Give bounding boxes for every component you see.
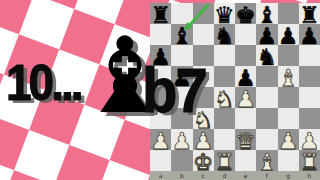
piece-black-queen: ♛ <box>214 5 235 26</box>
square-h5 <box>299 66 320 87</box>
piece-black-pawn: ♟ <box>278 26 299 47</box>
square-e7 <box>235 24 256 45</box>
piece-black-bishop: ♝ <box>171 26 192 47</box>
square-b8 <box>171 3 192 24</box>
file-labels: abcdefgh <box>150 171 320 180</box>
square-g2: ♟ <box>278 129 299 150</box>
square-b5: ♟ <box>171 66 192 87</box>
piece-black-pawn: ♟ <box>235 68 256 89</box>
square-g3 <box>278 108 299 129</box>
square-e3 <box>235 108 256 129</box>
square-d5 <box>214 66 235 87</box>
square-c7 <box>193 24 214 45</box>
square-c1: ♚ <box>193 150 214 171</box>
square-a6: ♟ <box>150 45 171 66</box>
square-d6 <box>214 45 235 66</box>
square-f2 <box>256 129 277 150</box>
square-e2: ♛ <box>235 129 256 150</box>
square-b7: ♝ <box>171 24 192 45</box>
file-label-b: b <box>171 171 192 180</box>
piece-black-pawn: ♟ <box>150 47 171 68</box>
square-f6: ♞ <box>256 45 277 66</box>
piece-white-rook: ♜ <box>299 152 320 173</box>
piece-black-pawn: ♟ <box>171 68 192 89</box>
square-h8: ♜ <box>299 3 320 24</box>
square-f8: ♝ <box>256 3 277 24</box>
square-g5: ♝ <box>278 66 299 87</box>
square-a5 <box>150 66 171 87</box>
video-thumbnail[interactable]: ♜♛♚♝♜♝♞♟♟♟♟♞♟♟♝♞♟♞♟♟♟♛♟♟♚♜♝♜ abcdefgh 10… <box>0 0 320 180</box>
piece-black-rook: ♜ <box>150 5 171 26</box>
square-a2: ♟ <box>150 129 171 150</box>
piece-white-pawn: ♟ <box>278 131 299 152</box>
square-b1 <box>171 150 192 171</box>
piece-black-rook: ♜ <box>299 5 320 26</box>
square-h2: ♟ <box>299 129 320 150</box>
square-h1: ♜ <box>299 150 320 171</box>
square-a1 <box>150 150 171 171</box>
piece-black-pawn: ♟ <box>299 26 320 47</box>
square-e6 <box>235 45 256 66</box>
file-label-c: c <box>193 171 214 180</box>
piece-white-king: ♚ <box>193 152 214 173</box>
piece-black-knight: ♞ <box>256 47 277 68</box>
piece-white-knight: ♞ <box>214 89 235 110</box>
piece-white-pawn: ♟ <box>235 89 256 110</box>
square-h7: ♟ <box>299 24 320 45</box>
piece-black-knight: ♞ <box>214 26 235 47</box>
square-b2: ♟ <box>171 129 192 150</box>
square-g4 <box>278 87 299 108</box>
square-h4 <box>299 87 320 108</box>
square-b3 <box>171 108 192 129</box>
square-g1 <box>278 150 299 171</box>
square-a4 <box>150 87 171 108</box>
square-h3 <box>299 108 320 129</box>
square-d3 <box>214 108 235 129</box>
piece-white-pawn: ♟ <box>193 131 214 152</box>
file-label-e: e <box>235 171 256 180</box>
square-g6 <box>278 45 299 66</box>
square-e5: ♟ <box>235 66 256 87</box>
square-c4 <box>193 87 214 108</box>
file-label-d: d <box>214 171 235 180</box>
square-f7: ♟ <box>256 24 277 45</box>
square-f5 <box>256 66 277 87</box>
square-g8 <box>278 3 299 24</box>
file-label-h: h <box>299 171 320 180</box>
square-d4: ♞ <box>214 87 235 108</box>
square-d2 <box>214 129 235 150</box>
square-a7 <box>150 24 171 45</box>
piece-white-bishop: ♝ <box>278 68 299 89</box>
piece-white-pawn: ♟ <box>299 131 320 152</box>
file-label-a: a <box>150 171 171 180</box>
square-g7: ♟ <box>278 24 299 45</box>
chess-board: ♜♛♚♝♜♝♞♟♟♟♟♞♟♟♝♞♟♞♟♟♟♛♟♟♚♜♝♜ <box>150 3 320 171</box>
file-label-g: g <box>278 171 299 180</box>
square-d8: ♛ <box>214 3 235 24</box>
piece-white-pawn: ♟ <box>150 131 171 152</box>
square-b4 <box>171 87 192 108</box>
square-f3 <box>256 108 277 129</box>
piece-white-bishop: ♝ <box>256 152 277 173</box>
square-e4: ♟ <box>235 87 256 108</box>
piece-white-queen: ♛ <box>235 131 256 152</box>
piece-white-rook: ♜ <box>214 152 235 173</box>
square-b6 <box>171 45 192 66</box>
piece-white-pawn: ♟ <box>171 131 192 152</box>
square-h6 <box>299 45 320 66</box>
square-f4 <box>256 87 277 108</box>
piece-black-pawn: ♟ <box>256 26 277 47</box>
square-e1 <box>235 150 256 171</box>
square-c5 <box>193 66 214 87</box>
square-e8: ♚ <box>235 3 256 24</box>
square-d7: ♞ <box>214 24 235 45</box>
file-label-f: f <box>256 171 277 180</box>
piece-black-king: ♚ <box>235 5 256 26</box>
square-f1: ♝ <box>256 150 277 171</box>
square-d1: ♜ <box>214 150 235 171</box>
piece-black-bishop: ♝ <box>256 5 277 26</box>
square-a8: ♜ <box>150 3 171 24</box>
square-c6 <box>193 45 214 66</box>
square-c2: ♟ <box>193 129 214 150</box>
piece-white-knight: ♞ <box>193 110 214 131</box>
square-c8 <box>193 3 214 24</box>
square-c3: ♞ <box>193 108 214 129</box>
square-a3 <box>150 108 171 129</box>
